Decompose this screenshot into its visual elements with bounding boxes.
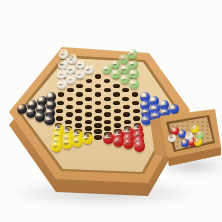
chinese-checkers-photo <box>0 0 222 222</box>
marble-white[interactable] <box>168 134 176 142</box>
drawer-marbles <box>0 0 222 222</box>
marble-yellow[interactable] <box>194 138 202 146</box>
